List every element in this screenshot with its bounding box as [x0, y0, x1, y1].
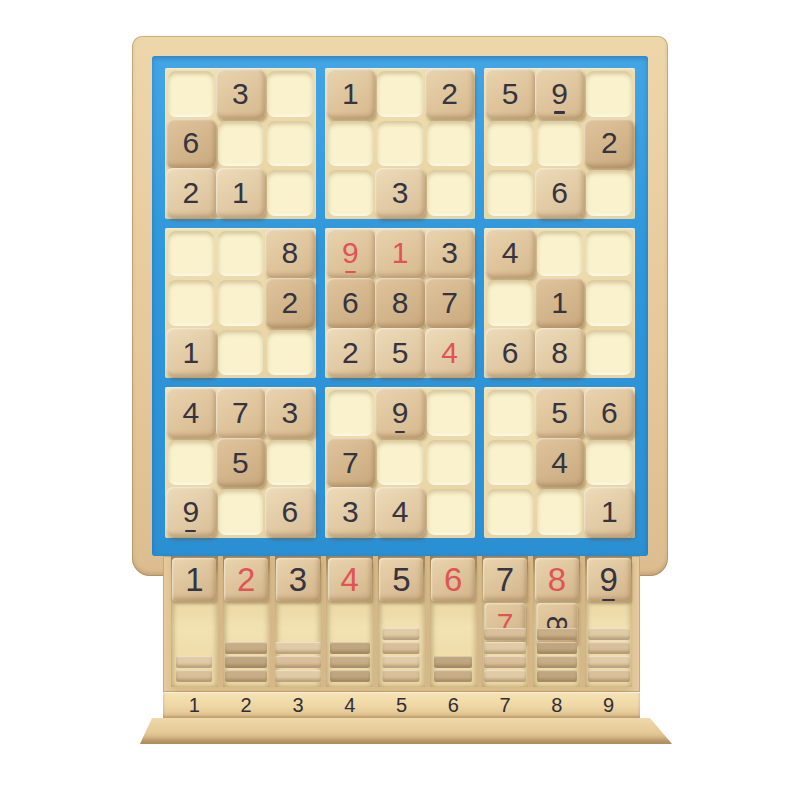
tile-9-r4c4[interactable]: 9 — [326, 229, 376, 279]
cell-r9c6[interactable] — [427, 489, 473, 535]
cell-r5c2[interactable] — [218, 280, 264, 326]
drawer-slot-1: 1 — [171, 556, 218, 687]
stacked-tile-edge[interactable] — [537, 628, 577, 640]
tile-digit-1: 1 — [185, 563, 203, 596]
cell-r6c8[interactable]: 8 — [537, 330, 583, 376]
cell-r5c8[interactable]: 1 — [537, 280, 583, 326]
tile-digit-3: 3 — [441, 238, 458, 268]
tile-6-r7c9[interactable]: 6 — [584, 388, 634, 438]
tile-digit-3: 3 — [282, 398, 299, 428]
tile-digit-8: 8 — [548, 563, 566, 596]
cell-r1c5[interactable] — [377, 71, 423, 117]
cell-r7c9[interactable]: 6 — [586, 390, 632, 436]
tile-5-r1c7[interactable]: 5 — [485, 69, 535, 119]
tile-7-r5c6[interactable]: 7 — [425, 278, 475, 328]
board-block-2: 123 — [325, 68, 476, 219]
cell-r6c2[interactable] — [218, 330, 264, 376]
tile-digit-7: 7 — [441, 288, 458, 318]
cell-r2c4[interactable] — [328, 121, 374, 167]
tile-digit-6: 6 — [551, 178, 568, 208]
cell-r5c6[interactable]: 7 — [427, 280, 473, 326]
tile-digit-4: 4 — [392, 497, 409, 527]
cell-r1c8[interactable]: 9 — [537, 71, 583, 117]
cell-r3c7[interactable] — [487, 170, 533, 216]
tile-2-r2c9[interactable]: 2 — [584, 119, 634, 169]
cell-r4c1[interactable] — [168, 231, 214, 277]
front-label-8: 8 — [533, 694, 580, 717]
cell-r9c9[interactable]: 1 — [586, 489, 632, 535]
tile-1-r1c4[interactable]: 1 — [326, 69, 376, 119]
drawer-slot-4: 4 — [326, 556, 373, 687]
tile-digit-1: 1 — [551, 288, 568, 318]
stacked-tile-edge[interactable] — [225, 670, 267, 682]
tile-5-r8c2[interactable]: 5 — [216, 438, 266, 488]
cell-r8c4[interactable]: 7 — [328, 440, 374, 486]
cell-r4c9[interactable] — [586, 231, 632, 277]
tile-digit-1: 1 — [342, 79, 359, 109]
cell-r5c3[interactable]: 2 — [267, 280, 313, 326]
cell-r8c5[interactable] — [377, 440, 423, 486]
tile-digit-2: 2 — [237, 563, 255, 596]
cell-r2c1[interactable]: 6 — [168, 121, 214, 167]
tile-digit-9: 9 — [599, 563, 617, 596]
tile-8-r6c8[interactable]: 8 — [535, 328, 585, 378]
drawer-tile-2-slot2[interactable]: 2 — [224, 558, 268, 601]
cell-r7c3[interactable]: 3 — [267, 390, 313, 436]
cell-r1c1[interactable] — [168, 71, 214, 117]
tile-4-r4c7[interactable]: 4 — [485, 229, 535, 279]
cell-r7c6[interactable] — [427, 390, 473, 436]
drawer-slot-3: 3 — [275, 556, 322, 687]
tile-digit-7: 7 — [232, 398, 249, 428]
tile-3-r3c5[interactable]: 3 — [375, 168, 425, 218]
stacked-tile-edge[interactable] — [588, 642, 630, 654]
board-block-9: 5641 — [484, 387, 635, 538]
cell-r5c7[interactable] — [487, 280, 533, 326]
tile-digit-4: 4 — [551, 448, 568, 478]
cell-r2c5[interactable] — [377, 121, 423, 167]
cell-r1c2[interactable]: 3 — [218, 71, 264, 117]
drawer-tile-6-slot6[interactable]: 6 — [431, 558, 475, 601]
cell-r1c3[interactable] — [267, 71, 313, 117]
cell-r4c5[interactable]: 1 — [377, 231, 423, 277]
board-blue-frame: 3621123592682191368725441684735969734564… — [152, 56, 648, 556]
tile-3-r4c6[interactable]: 3 — [425, 229, 475, 279]
stacked-tile-edge[interactable] — [484, 642, 526, 654]
tile-digit-5: 5 — [392, 563, 410, 596]
cell-r9c8[interactable] — [537, 489, 583, 535]
tile-8-r5c5[interactable]: 8 — [375, 278, 425, 328]
stacked-tile-edge[interactable] — [383, 642, 420, 654]
cell-r6c7[interactable]: 6 — [487, 330, 533, 376]
tile-1-r5c8[interactable]: 1 — [535, 278, 585, 328]
cell-r8c8[interactable]: 4 — [537, 440, 583, 486]
tile-digit-1: 1 — [392, 238, 409, 268]
front-label-3: 3 — [275, 694, 322, 717]
sudoku-product-stage: 3621123592682191368725441684735969734564… — [0, 0, 800, 800]
tile-3-r9c4[interactable]: 3 — [326, 487, 376, 537]
drawer-tile-7-slot7[interactable]: 7 — [483, 558, 527, 601]
tile-9-r9c1[interactable]: 9 — [166, 487, 216, 537]
cell-r9c7[interactable] — [487, 489, 533, 535]
drawer-tile-3-slot3[interactable]: 3 — [276, 558, 320, 601]
cell-r8c9[interactable] — [586, 440, 632, 486]
cell-r3c4[interactable] — [328, 170, 374, 216]
cell-r4c6[interactable]: 3 — [427, 231, 473, 277]
cell-r9c2[interactable] — [218, 489, 264, 535]
tile-stack-slot9 — [588, 628, 630, 682]
tile-digit-3: 3 — [392, 178, 409, 208]
stacked-tile-edge[interactable] — [588, 656, 630, 668]
tile-digit-6: 6 — [282, 497, 299, 527]
cell-r3c2[interactable]: 1 — [218, 170, 264, 216]
cell-r2c8[interactable] — [537, 121, 583, 167]
tile-2-r6c4[interactable]: 2 — [326, 328, 376, 378]
tile-4-r7c1[interactable]: 4 — [166, 388, 216, 438]
stacked-tile-edge[interactable] — [176, 670, 212, 682]
stacked-tile-edge[interactable] — [225, 656, 267, 668]
cell-r4c2[interactable] — [218, 231, 264, 277]
cell-r2c3[interactable] — [267, 121, 313, 167]
cell-r5c5[interactable]: 8 — [377, 280, 423, 326]
front-label-4: 4 — [326, 694, 373, 717]
tile-4-r6c6[interactable]: 4 — [425, 328, 475, 378]
cell-r7c4[interactable] — [328, 390, 374, 436]
tile-digit-4: 4 — [441, 338, 458, 368]
tile-digit-2: 2 — [441, 79, 458, 109]
tile-digit-2: 2 — [282, 288, 299, 318]
cell-r4c8[interactable] — [537, 231, 583, 277]
cell-r7c8[interactable]: 5 — [537, 390, 583, 436]
front-label-6: 6 — [430, 694, 477, 717]
tile-digit-8: 8 — [282, 238, 299, 268]
tile-3-r1c2[interactable]: 3 — [216, 69, 266, 119]
cell-r7c5[interactable]: 9 — [377, 390, 423, 436]
tile-digit-2: 2 — [601, 128, 618, 158]
drawer-slot-7: 77 — [482, 556, 529, 687]
cell-r6c6[interactable]: 4 — [427, 330, 473, 376]
cell-r1c9[interactable] — [586, 71, 632, 117]
stacked-tile-edge[interactable] — [275, 670, 321, 682]
stacked-tile-edge[interactable] — [275, 642, 321, 654]
drawer-tile-8-slot8[interactable]: 8 — [535, 558, 579, 601]
stacked-tile-edge[interactable] — [383, 628, 420, 640]
tile-digit-9: 9 — [392, 398, 409, 428]
tile-digit-6: 6 — [601, 398, 618, 428]
stacked-tile-edge[interactable] — [434, 670, 472, 682]
stacked-tile-edge[interactable] — [484, 670, 526, 682]
board-block-6: 4168 — [484, 228, 635, 379]
tile-stack-slot6 — [434, 656, 472, 682]
board-block-3: 5926 — [484, 68, 635, 219]
tile-digit-9: 9 — [342, 238, 359, 268]
tile-digit-1: 1 — [182, 338, 199, 368]
board-block-7: 473596 — [165, 387, 316, 538]
tile-2-r5c3[interactable]: 2 — [265, 278, 315, 328]
tile-6-r2c1[interactable]: 6 — [166, 119, 216, 169]
cell-r3c9[interactable] — [586, 170, 632, 216]
tile-1-r3c2[interactable]: 1 — [216, 168, 266, 218]
cell-r9c5[interactable]: 4 — [377, 489, 423, 535]
cell-r6c3[interactable] — [267, 330, 313, 376]
cell-r5c1[interactable] — [168, 280, 214, 326]
cell-r8c6[interactable] — [427, 440, 473, 486]
board-block-4: 821 — [165, 228, 316, 379]
stacked-tile-edge[interactable] — [330, 642, 370, 654]
tile-digit-3: 3 — [289, 563, 307, 596]
tile-digit-1: 1 — [601, 497, 618, 527]
tile-stack-slot1 — [176, 656, 212, 682]
front-label-9: 9 — [585, 694, 632, 717]
tile-digit-7: 7 — [496, 563, 514, 596]
front-label-5: 5 — [378, 694, 425, 717]
board-grid: 3621123592682191368725441684735969734564… — [165, 68, 635, 538]
cell-r5c4[interactable]: 6 — [328, 280, 374, 326]
cell-r1c6[interactable]: 2 — [427, 71, 473, 117]
tile-digit-1: 1 — [232, 178, 249, 208]
stacked-tile-edge[interactable] — [588, 628, 630, 640]
cell-r7c7[interactable] — [487, 390, 533, 436]
stacked-tile-edge[interactable] — [176, 656, 212, 668]
cell-r3c6[interactable] — [427, 170, 473, 216]
tile-1-r4c5[interactable]: 1 — [375, 229, 425, 279]
stacked-tile-edge[interactable] — [537, 670, 577, 682]
tile-7-r7c2[interactable]: 7 — [216, 388, 266, 438]
tile-9-r7c5[interactable]: 9 — [375, 388, 425, 438]
tile-2-r3c1[interactable]: 2 — [166, 168, 216, 218]
stacked-tile-edge[interactable] — [484, 656, 526, 668]
tile-digit-7: 7 — [342, 448, 359, 478]
tile-6-r9c3[interactable]: 6 — [265, 487, 315, 537]
cell-r3c1[interactable]: 2 — [168, 170, 214, 216]
base-plank — [140, 718, 672, 744]
tile-digit-2: 2 — [182, 178, 199, 208]
drawer-tile-9-slot9[interactable]: 9 — [587, 558, 631, 601]
cell-r9c3[interactable]: 6 — [267, 489, 313, 535]
tile-stack-slot8 — [537, 628, 577, 682]
board-block-5: 913687254 — [325, 228, 476, 379]
drawer-slot-2: 2 — [223, 556, 270, 687]
cell-r4c3[interactable]: 8 — [267, 231, 313, 277]
tile-stack-slot7 — [484, 628, 526, 682]
drawer-slot-6: 6 — [430, 556, 477, 687]
front-label-1: 1 — [171, 694, 218, 717]
cell-r6c9[interactable] — [586, 330, 632, 376]
tile-digit-8: 8 — [392, 288, 409, 318]
drawer-tile-4-slot4[interactable]: 4 — [328, 558, 372, 601]
tile-digit-5: 5 — [232, 448, 249, 478]
tile-4-r8c8[interactable]: 4 — [535, 438, 585, 488]
drawer-slot-8: 88 — [533, 556, 580, 687]
cell-r2c6[interactable] — [427, 121, 473, 167]
front-label-2: 2 — [223, 694, 270, 717]
tile-digit-6: 6 — [182, 128, 199, 158]
cell-r3c8[interactable]: 6 — [537, 170, 583, 216]
tile-5-r7c8[interactable]: 5 — [535, 388, 585, 438]
tile-6-r6c7[interactable]: 6 — [485, 328, 535, 378]
tile-digit-5: 5 — [551, 398, 568, 428]
stacked-tile-edge[interactable] — [383, 656, 420, 668]
cell-r4c4[interactable]: 9 — [328, 231, 374, 277]
tile-1-r9c9[interactable]: 1 — [584, 487, 634, 537]
tile-digit-9: 9 — [551, 79, 568, 109]
cell-r8c7[interactable] — [487, 440, 533, 486]
cell-r2c9[interactable]: 2 — [586, 121, 632, 167]
cell-r9c1[interactable]: 9 — [168, 489, 214, 535]
cell-r6c4[interactable]: 2 — [328, 330, 374, 376]
stacked-tile-edge[interactable] — [275, 656, 321, 668]
tile-6-r5c4[interactable]: 6 — [326, 278, 376, 328]
drawer-front-bar[interactable]: 123456789 — [163, 692, 640, 718]
cell-r7c1[interactable]: 4 — [168, 390, 214, 436]
drawer-slot-9: 9 — [585, 556, 632, 687]
stacked-tile-edge[interactable] — [537, 642, 577, 654]
cell-r6c1[interactable]: 1 — [168, 330, 214, 376]
cell-r8c2[interactable]: 5 — [218, 440, 264, 486]
tile-2-r1c6[interactable]: 2 — [425, 69, 475, 119]
drawer-slots: 12345677889 — [171, 556, 632, 687]
stacked-tile-edge[interactable] — [484, 628, 526, 640]
stacked-tile-edge[interactable] — [383, 670, 420, 682]
tile-stack-slot3 — [275, 642, 321, 682]
board-block-1: 3621 — [165, 68, 316, 219]
cell-r9c4[interactable]: 3 — [328, 489, 374, 535]
tile-digit-4: 4 — [341, 563, 359, 596]
stacked-tile-edge[interactable] — [537, 656, 577, 668]
tile-digit-6: 6 — [502, 338, 519, 368]
front-label-7: 7 — [482, 694, 529, 717]
tile-digit-4: 4 — [502, 238, 519, 268]
tile-digit-4: 4 — [182, 398, 199, 428]
tile-digit-8: 8 — [551, 338, 568, 368]
tile-9-r1c8[interactable]: 9 — [535, 69, 585, 119]
sudoku-board: 3621123592682191368725441684735969734564… — [132, 36, 668, 576]
cell-r7c2[interactable]: 7 — [218, 390, 264, 436]
stacked-tile-edge[interactable] — [225, 642, 267, 654]
tile-digit-6: 6 — [342, 288, 359, 318]
cell-r8c1[interactable] — [168, 440, 214, 486]
cell-r3c3[interactable] — [267, 170, 313, 216]
tile-digit-6: 6 — [444, 563, 462, 596]
cell-r5c9[interactable] — [586, 280, 632, 326]
drawer-tile-1-slot1[interactable]: 1 — [172, 558, 216, 601]
tile-digit-5: 5 — [392, 338, 409, 368]
tile-4-r9c5[interactable]: 4 — [375, 487, 425, 537]
tile-5-r6c5[interactable]: 5 — [375, 328, 425, 378]
stacked-tile-edge[interactable] — [588, 670, 630, 682]
cell-r6c5[interactable]: 5 — [377, 330, 423, 376]
tile-7-r8c4[interactable]: 7 — [326, 438, 376, 488]
tile-digit-5: 5 — [502, 79, 519, 109]
tile-stack-slot2 — [225, 642, 267, 682]
stacked-tile-edge[interactable] — [330, 656, 370, 668]
cell-r1c4[interactable]: 1 — [328, 71, 374, 117]
tile-digit-3: 3 — [342, 497, 359, 527]
cell-r8c3[interactable] — [267, 440, 313, 486]
cell-r2c2[interactable] — [218, 121, 264, 167]
tile-1-r6c1[interactable]: 1 — [166, 328, 216, 378]
stacked-tile-edge[interactable] — [434, 656, 472, 668]
tile-3-r7c3[interactable]: 3 — [265, 388, 315, 438]
cell-r2c7[interactable] — [487, 121, 533, 167]
stacked-tile-edge[interactable] — [330, 670, 370, 682]
board-block-8: 9734 — [325, 387, 476, 538]
tile-stack-slot5 — [383, 628, 420, 682]
cell-r4c7[interactable]: 4 — [487, 231, 533, 277]
drawer-slot-5: 5 — [378, 556, 425, 687]
tile-6-r3c8[interactable]: 6 — [535, 168, 585, 218]
drawer-tile-5-slot5[interactable]: 5 — [379, 558, 423, 601]
tile-8-r4c3[interactable]: 8 — [265, 229, 315, 279]
tile-stack-slot4 — [330, 642, 370, 682]
cell-r3c5[interactable]: 3 — [377, 170, 423, 216]
tile-digit-2: 2 — [342, 338, 359, 368]
tile-drawer[interactable]: 12345677889 — [163, 556, 640, 692]
cell-r1c7[interactable]: 5 — [487, 71, 533, 117]
tile-digit-3: 3 — [232, 79, 249, 109]
tile-digit-9: 9 — [182, 497, 199, 527]
